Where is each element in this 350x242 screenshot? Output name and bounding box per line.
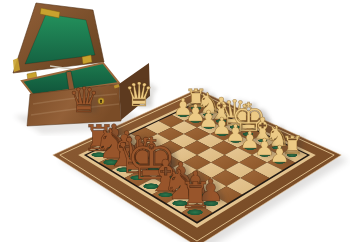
chess-board — [0, 0, 350, 242]
chess-set-photo: ♛ ♛ ♜♞♝♛♚♝♞♜♟♟♟♟♟♟♟♟♟♟♟♟♟♟♟♟♜♞♝♛♚♝♞♜ — [0, 0, 350, 242]
